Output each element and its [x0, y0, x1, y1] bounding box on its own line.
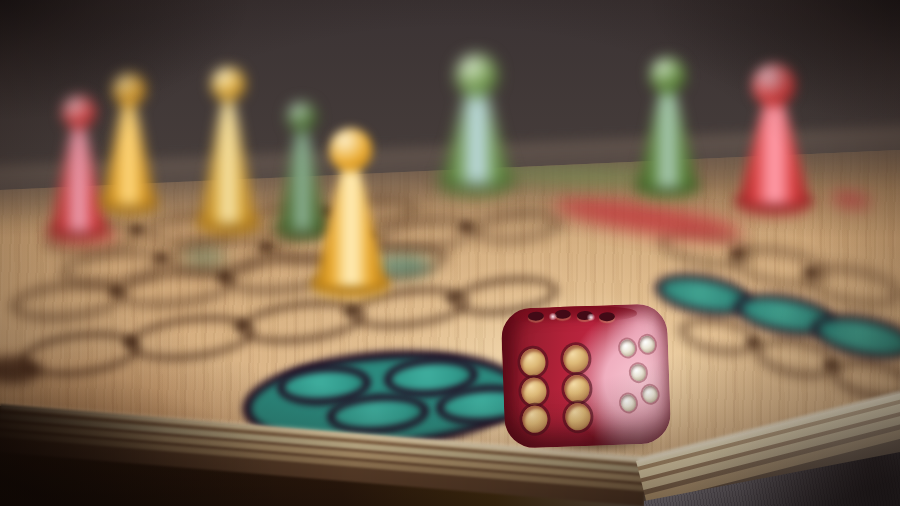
board-game-photo-scene [0, 0, 900, 506]
die-pip-top [528, 311, 544, 321]
pawn-yellow-1-body [101, 99, 156, 205]
pawn-red-2-body [737, 91, 811, 204]
pawn-green-3[interactable] [637, 57, 698, 188]
die[interactable] [501, 303, 672, 449]
pawn-red-1-body [50, 122, 107, 232]
pawn-green-3-body [637, 83, 698, 188]
pawn-yellow-1[interactable] [101, 73, 156, 205]
pawn-green-1-head [287, 102, 317, 132]
pawn-yellow-3-head [329, 128, 373, 172]
pawn-yellow-1-head [112, 73, 145, 106]
pawn-red-1[interactable] [50, 95, 107, 232]
die-pip-front [521, 405, 547, 433]
die-pip-front [564, 402, 590, 430]
pawn-red-2[interactable] [737, 63, 811, 204]
die-pip-front [520, 348, 546, 376]
die-pip-front [562, 344, 588, 372]
pawns-layer [0, 0, 900, 506]
die-pip-front [521, 377, 547, 405]
pawn-yellow-3-body [314, 160, 387, 286]
pawn-yellow-2-body [200, 98, 256, 224]
pawn-red-1-head [61, 95, 95, 129]
pawn-yellow-2-head [211, 67, 245, 101]
pawn-red-2-head [752, 63, 796, 107]
die-pip-front [563, 374, 589, 402]
pawn-yellow-2[interactable] [200, 67, 256, 224]
pawn-green-2-head [455, 54, 498, 97]
die-pip-top [599, 311, 615, 321]
pawn-yellow-3[interactable] [314, 128, 387, 286]
pawn-green-2[interactable] [441, 54, 512, 184]
pawn-green-3-head [649, 57, 686, 94]
